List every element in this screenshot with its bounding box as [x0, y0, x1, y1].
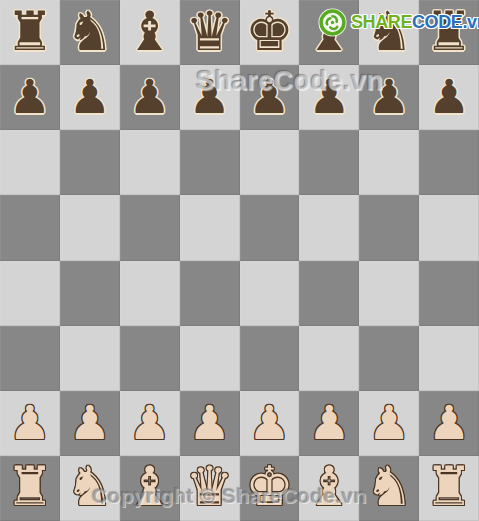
square-f6[interactable]	[299, 130, 359, 195]
piece-white-pawn[interactable]: ♟	[69, 399, 111, 446]
square-h6[interactable]	[419, 130, 479, 195]
square-d7[interactable]: ♟	[180, 65, 240, 130]
square-d8[interactable]: ♛	[180, 0, 240, 65]
square-h1[interactable]: ♜	[419, 456, 479, 521]
square-e3[interactable]	[240, 326, 300, 391]
square-f1[interactable]: ♝	[299, 456, 359, 521]
square-b2[interactable]: ♟	[60, 391, 120, 456]
square-a4[interactable]	[0, 261, 60, 326]
piece-white-king[interactable]: ♚	[245, 460, 293, 514]
piece-black-rook[interactable]: ♜	[6, 5, 54, 59]
square-d5[interactable]	[180, 195, 240, 260]
piece-white-bishop[interactable]: ♝	[125, 460, 173, 514]
square-b3[interactable]	[60, 326, 120, 391]
piece-black-king[interactable]: ♚	[245, 5, 293, 59]
piece-white-pawn[interactable]: ♟	[428, 399, 470, 446]
square-c6[interactable]	[120, 130, 180, 195]
square-h4[interactable]	[419, 261, 479, 326]
square-f4[interactable]	[299, 261, 359, 326]
square-d1[interactable]: ♛	[180, 456, 240, 521]
piece-black-bishop[interactable]: ♝	[125, 5, 173, 59]
square-e1[interactable]: ♚	[240, 456, 300, 521]
piece-black-pawn[interactable]: ♟	[428, 73, 470, 120]
square-a7[interactable]: ♟	[0, 65, 60, 130]
square-b1[interactable]: ♞	[60, 456, 120, 521]
piece-black-queen[interactable]: ♛	[185, 5, 233, 59]
piece-black-pawn[interactable]: ♟	[69, 73, 111, 120]
square-e6[interactable]	[240, 130, 300, 195]
piece-black-pawn[interactable]: ♟	[248, 73, 290, 120]
square-h2[interactable]: ♟	[419, 391, 479, 456]
logo-text: SHARECODE.vn	[351, 12, 479, 33]
square-a8[interactable]: ♜	[0, 0, 60, 65]
square-b8[interactable]: ♞	[60, 0, 120, 65]
square-f2[interactable]: ♟	[299, 391, 359, 456]
piece-black-pawn[interactable]: ♟	[188, 73, 230, 120]
square-b7[interactable]: ♟	[60, 65, 120, 130]
square-g1[interactable]: ♞	[359, 456, 419, 521]
square-e4[interactable]	[240, 261, 300, 326]
square-g5[interactable]	[359, 195, 419, 260]
square-a1[interactable]: ♜	[0, 456, 60, 521]
square-h7[interactable]: ♟	[419, 65, 479, 130]
piece-white-pawn[interactable]: ♟	[188, 399, 230, 446]
square-g4[interactable]	[359, 261, 419, 326]
square-d2[interactable]: ♟	[180, 391, 240, 456]
piece-white-rook[interactable]: ♜	[425, 460, 473, 514]
square-b5[interactable]	[60, 195, 120, 260]
piece-black-pawn[interactable]: ♟	[9, 73, 51, 120]
square-f5[interactable]	[299, 195, 359, 260]
square-g3[interactable]	[359, 326, 419, 391]
square-a5[interactable]	[0, 195, 60, 260]
piece-black-knight[interactable]: ♞	[66, 5, 114, 59]
square-c4[interactable]	[120, 261, 180, 326]
piece-white-bishop[interactable]: ♝	[305, 460, 353, 514]
square-c5[interactable]	[120, 195, 180, 260]
piece-white-knight[interactable]: ♞	[66, 460, 114, 514]
sharecode-logo[interactable]: SHARECODE.vn	[317, 6, 479, 38]
square-a6[interactable]	[0, 130, 60, 195]
piece-white-queen[interactable]: ♛	[185, 460, 233, 514]
square-g7[interactable]: ♟	[359, 65, 419, 130]
piece-white-knight[interactable]: ♞	[365, 460, 413, 514]
square-b6[interactable]	[60, 130, 120, 195]
square-c2[interactable]: ♟	[120, 391, 180, 456]
piece-white-pawn[interactable]: ♟	[129, 399, 171, 446]
square-e2[interactable]: ♟	[240, 391, 300, 456]
square-d6[interactable]	[180, 130, 240, 195]
square-c3[interactable]	[120, 326, 180, 391]
square-f7[interactable]: ♟	[299, 65, 359, 130]
square-c7[interactable]: ♟	[120, 65, 180, 130]
square-h5[interactable]	[419, 195, 479, 260]
piece-black-pawn[interactable]: ♟	[368, 73, 410, 120]
square-f3[interactable]	[299, 326, 359, 391]
recycle-triskelion-icon	[317, 7, 348, 38]
piece-white-pawn[interactable]: ♟	[368, 399, 410, 446]
piece-white-pawn[interactable]: ♟	[308, 399, 350, 446]
logo-text-domain: .vn	[462, 12, 479, 32]
piece-white-rook[interactable]: ♜	[6, 460, 54, 514]
square-a2[interactable]: ♟	[0, 391, 60, 456]
square-d3[interactable]	[180, 326, 240, 391]
square-h3[interactable]	[419, 326, 479, 391]
square-a3[interactable]	[0, 326, 60, 391]
logo-text-share: SHARE	[351, 12, 412, 32]
piece-black-pawn[interactable]: ♟	[129, 73, 171, 120]
piece-white-pawn[interactable]: ♟	[248, 399, 290, 446]
square-e7[interactable]: ♟	[240, 65, 300, 130]
square-g2[interactable]: ♟	[359, 391, 419, 456]
square-b4[interactable]	[60, 261, 120, 326]
square-e8[interactable]: ♚	[240, 0, 300, 65]
chess-board: ♜♞♝♛♚♝♞♜♟♟♟♟♟♟♟♟♟♟♟♟♟♟♟♟♜♞♝♛♚♝♞♜	[0, 0, 479, 521]
square-c8[interactable]: ♝	[120, 0, 180, 65]
square-e5[interactable]	[240, 195, 300, 260]
logo-text-code: CODE	[412, 12, 462, 32]
square-g6[interactable]	[359, 130, 419, 195]
piece-white-pawn[interactable]: ♟	[9, 399, 51, 446]
square-c1[interactable]: ♝	[120, 456, 180, 521]
square-d4[interactable]	[180, 261, 240, 326]
piece-black-pawn[interactable]: ♟	[308, 73, 350, 120]
